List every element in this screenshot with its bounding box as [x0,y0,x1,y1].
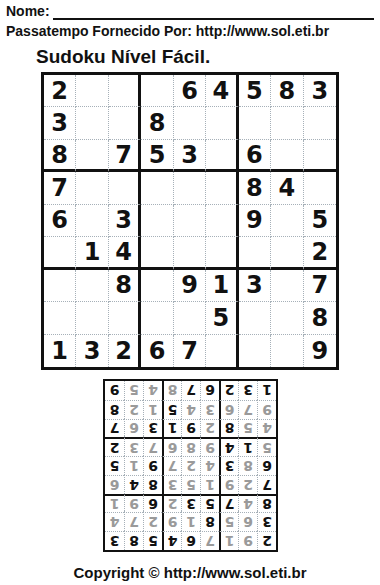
solution-cell-r2c9: 4 [105,512,124,531]
cell-r7c6: 1 [206,270,238,302]
solution-cell-r1c8: 8 [124,531,143,550]
solution-cell-r3c2: 4 [238,494,257,513]
name-label: Nome: [6,3,50,20]
solution-cell-r5c4: 4 [200,456,219,475]
solution-cell-r8c2: 7 [238,400,257,419]
cell-r3c3: 7 [109,140,141,172]
solution-cell-r4c7: 8 [143,475,162,494]
solution-cell-r1c5: 6 [181,531,200,550]
solution-cell-r3c9: 1 [105,494,124,513]
solution-cell-r8c5: 4 [181,400,200,419]
cell-r2c2[interactable] [76,107,108,139]
solution-cell-r9c3: 2 [219,381,238,400]
puzzle-board: 264583388753678463951428913758132679 [41,72,339,370]
solution-cell-r9c7: 4 [143,381,162,400]
cell-r7c3: 8 [109,270,141,302]
solution-cell-r8c3: 6 [219,400,238,419]
cell-r3c4: 5 [141,140,173,172]
cell-r5c3: 3 [109,205,141,237]
solution-cell-r5c9: 5 [105,456,124,475]
solution-cell-r7c6: 1 [162,419,181,438]
solution-cell-r5c1: 6 [257,456,276,475]
solution-cell-r8c4: 3 [200,400,219,419]
solution-cell-r6c7: 7 [143,437,162,456]
solution-cell-r2c7: 2 [143,512,162,531]
cell-r3c9[interactable] [304,140,336,172]
cell-r1c3[interactable] [109,75,141,107]
solution-cell-r4c3: 9 [219,475,238,494]
solution-cell-r7c7: 3 [143,419,162,438]
solution-cell-r3c5: 3 [181,494,200,513]
solution-cell-r5c6: 7 [162,456,181,475]
solution-cell-r8c8: 2 [124,400,143,419]
solution-cell-r3c7: 6 [143,494,162,513]
cell-r5c8[interactable] [271,205,303,237]
cell-r2c7[interactable] [239,107,271,139]
cell-r4c5[interactable] [174,172,206,204]
solution-cell-r7c9: 7 [105,419,124,438]
solution-cell-r1c6: 4 [162,531,181,550]
cell-r6c5[interactable] [174,237,206,269]
solution-cell-r4c9: 6 [105,475,124,494]
solution-cell-r9c5: 7 [181,381,200,400]
cell-r1c5: 6 [174,75,206,107]
solution-cell-r4c1: 7 [257,475,276,494]
cell-r2c8[interactable] [271,107,303,139]
solution-cell-r3c8: 9 [124,494,143,513]
cell-r1c4[interactable] [141,75,173,107]
cell-r4c7: 8 [239,172,271,204]
copyright-text: Copyright © http://www.sol.eti.br [6,564,374,582]
solution-board: 2917645833658192748475326917291538466834… [103,379,278,552]
cell-r9c8[interactable] [271,335,303,367]
page-title: Sudoku Nível Fácil. [36,45,374,68]
cell-r5c6[interactable] [206,205,238,237]
cell-r1c7: 5 [239,75,271,107]
solution-cell-r1c9: 3 [105,531,124,550]
cell-r2c1: 3 [44,107,76,139]
solution-cell-r8c6: 5 [162,400,181,419]
cell-r1c2[interactable] [76,75,108,107]
cell-r8c8[interactable] [271,302,303,334]
cell-r7c1[interactable] [44,270,76,302]
cell-r4c9[interactable] [304,172,336,204]
solution-cell-r4c2: 2 [238,475,257,494]
cell-r5c5[interactable] [174,205,206,237]
cell-r7c9: 7 [304,270,336,302]
solution-cell-r9c9: 9 [105,381,124,400]
cell-r3c2[interactable] [76,140,108,172]
cell-r4c8: 4 [271,172,303,204]
solution-cell-r5c7: 9 [143,456,162,475]
solution-cell-r2c4: 8 [200,512,219,531]
cell-r7c7: 3 [239,270,271,302]
cell-r4c4[interactable] [141,172,173,204]
cell-r8c2[interactable] [76,302,108,334]
solution-cell-r6c2: 1 [238,437,257,456]
solution-cell-r9c2: 3 [238,381,257,400]
solution-cell-r3c4: 5 [200,494,219,513]
solution-cell-r5c2: 8 [238,456,257,475]
cell-r9c2: 3 [76,335,108,367]
cell-r5c9: 5 [304,205,336,237]
cell-r6c2: 1 [76,237,108,269]
solution-cell-r1c4: 7 [200,531,219,550]
cell-r3c7: 6 [239,140,271,172]
solution-cell-r6c8: 3 [124,437,143,456]
solution-cell-r1c1: 2 [257,531,276,550]
solution-cell-r2c6: 9 [162,512,181,531]
cell-r5c2[interactable] [76,205,108,237]
cell-r7c8[interactable] [271,270,303,302]
solution-cell-r7c4: 2 [200,419,219,438]
solution-cell-r2c8: 7 [124,512,143,531]
cell-r8c6: 5 [206,302,238,334]
cell-r3c6[interactable] [206,140,238,172]
cell-r4c1: 7 [44,172,76,204]
solution-cell-r1c2: 9 [238,531,257,550]
solution-cell-r7c2: 5 [238,419,257,438]
solution-cell-r5c3: 3 [219,456,238,475]
cell-r4c6[interactable] [206,172,238,204]
cell-r7c2[interactable] [76,270,108,302]
cell-r9c3: 2 [109,335,141,367]
cell-r8c9: 8 [304,302,336,334]
solution-cell-r5c5: 2 [181,456,200,475]
solution-cell-r3c1: 8 [257,494,276,513]
solution-cell-r6c1: 5 [257,437,276,456]
cell-r6c6[interactable] [206,237,238,269]
cell-r1c9: 3 [304,75,336,107]
cell-r2c9[interactable] [304,107,336,139]
cell-r9c4: 6 [141,335,173,367]
cell-r9c5: 7 [174,335,206,367]
solution-cell-r6c9: 2 [105,437,124,456]
cell-r7c4[interactable] [141,270,173,302]
cell-r1c1: 2 [44,75,76,107]
solution-cell-r4c6: 3 [162,475,181,494]
cell-r8c3[interactable] [109,302,141,334]
solution-cell-r7c8: 6 [124,419,143,438]
cell-r3c1: 8 [44,140,76,172]
solution-cell-r5c8: 1 [124,456,143,475]
solution-cell-r6c6: 6 [162,437,181,456]
cell-r9c1: 1 [44,335,76,367]
cell-r7c5: 9 [174,270,206,302]
solution-cell-r4c8: 4 [124,475,143,494]
solution-cell-r2c1: 3 [257,512,276,531]
solution-cell-r8c7: 1 [143,400,162,419]
solution-cell-r2c2: 6 [238,512,257,531]
solution-cell-r4c5: 5 [181,475,200,494]
cell-r1c8: 8 [271,75,303,107]
solution-cell-r7c1: 4 [257,419,276,438]
solution-cell-r9c4: 6 [200,381,219,400]
cell-r8c1[interactable] [44,302,76,334]
cell-r6c4[interactable] [141,237,173,269]
name-row: Nome: [6,3,374,20]
solution-cell-r3c3: 7 [219,494,238,513]
cell-r6c3: 4 [109,237,141,269]
cell-r8c5[interactable] [174,302,206,334]
solution-cell-r9c1: 1 [257,381,276,400]
solution-cell-r6c3: 4 [219,437,238,456]
solution-cell-r1c3: 1 [219,531,238,550]
cell-r8c4[interactable] [141,302,173,334]
solution-cell-r8c9: 8 [105,400,124,419]
solution-cell-r2c5: 1 [181,512,200,531]
cell-r9c6[interactable] [206,335,238,367]
solution-cell-r9c6: 8 [162,381,181,400]
solution-cell-r3c6: 2 [162,494,181,513]
cell-r5c7: 9 [239,205,271,237]
cell-r2c4: 8 [141,107,173,139]
cell-r4c2[interactable] [76,172,108,204]
cell-r6c9: 2 [304,237,336,269]
cell-r2c3[interactable] [109,107,141,139]
solution-cell-r6c4: 9 [200,437,219,456]
solution-cell-r7c3: 8 [219,419,238,438]
cell-r1c6: 4 [206,75,238,107]
solution-cell-r9c8: 5 [124,381,143,400]
cell-r8c7[interactable] [239,302,271,334]
cell-r3c5: 3 [174,140,206,172]
cell-r5c1: 6 [44,205,76,237]
name-blank-line [53,3,374,20]
cell-r2c5[interactable] [174,107,206,139]
provided-by-text: Passatempo Fornecido Por: http://www.sol… [6,23,374,40]
solution-cell-r4c4: 1 [200,475,219,494]
cell-r6c1[interactable] [44,237,76,269]
cell-r6c7[interactable] [239,237,271,269]
cell-r2c6[interactable] [206,107,238,139]
solution-cell-r8c1: 9 [257,400,276,419]
solution-cell-r6c5: 8 [181,437,200,456]
cell-r9c9: 9 [304,335,336,367]
cell-r4c3[interactable] [109,172,141,204]
solution-cell-r1c7: 5 [143,531,162,550]
cell-r9c7[interactable] [239,335,271,367]
cell-r6c8[interactable] [271,237,303,269]
cell-r3c8[interactable] [271,140,303,172]
cell-r5c4[interactable] [141,205,173,237]
solution-cell-r2c3: 5 [219,512,238,531]
solution-cell-r7c5: 9 [181,419,200,438]
